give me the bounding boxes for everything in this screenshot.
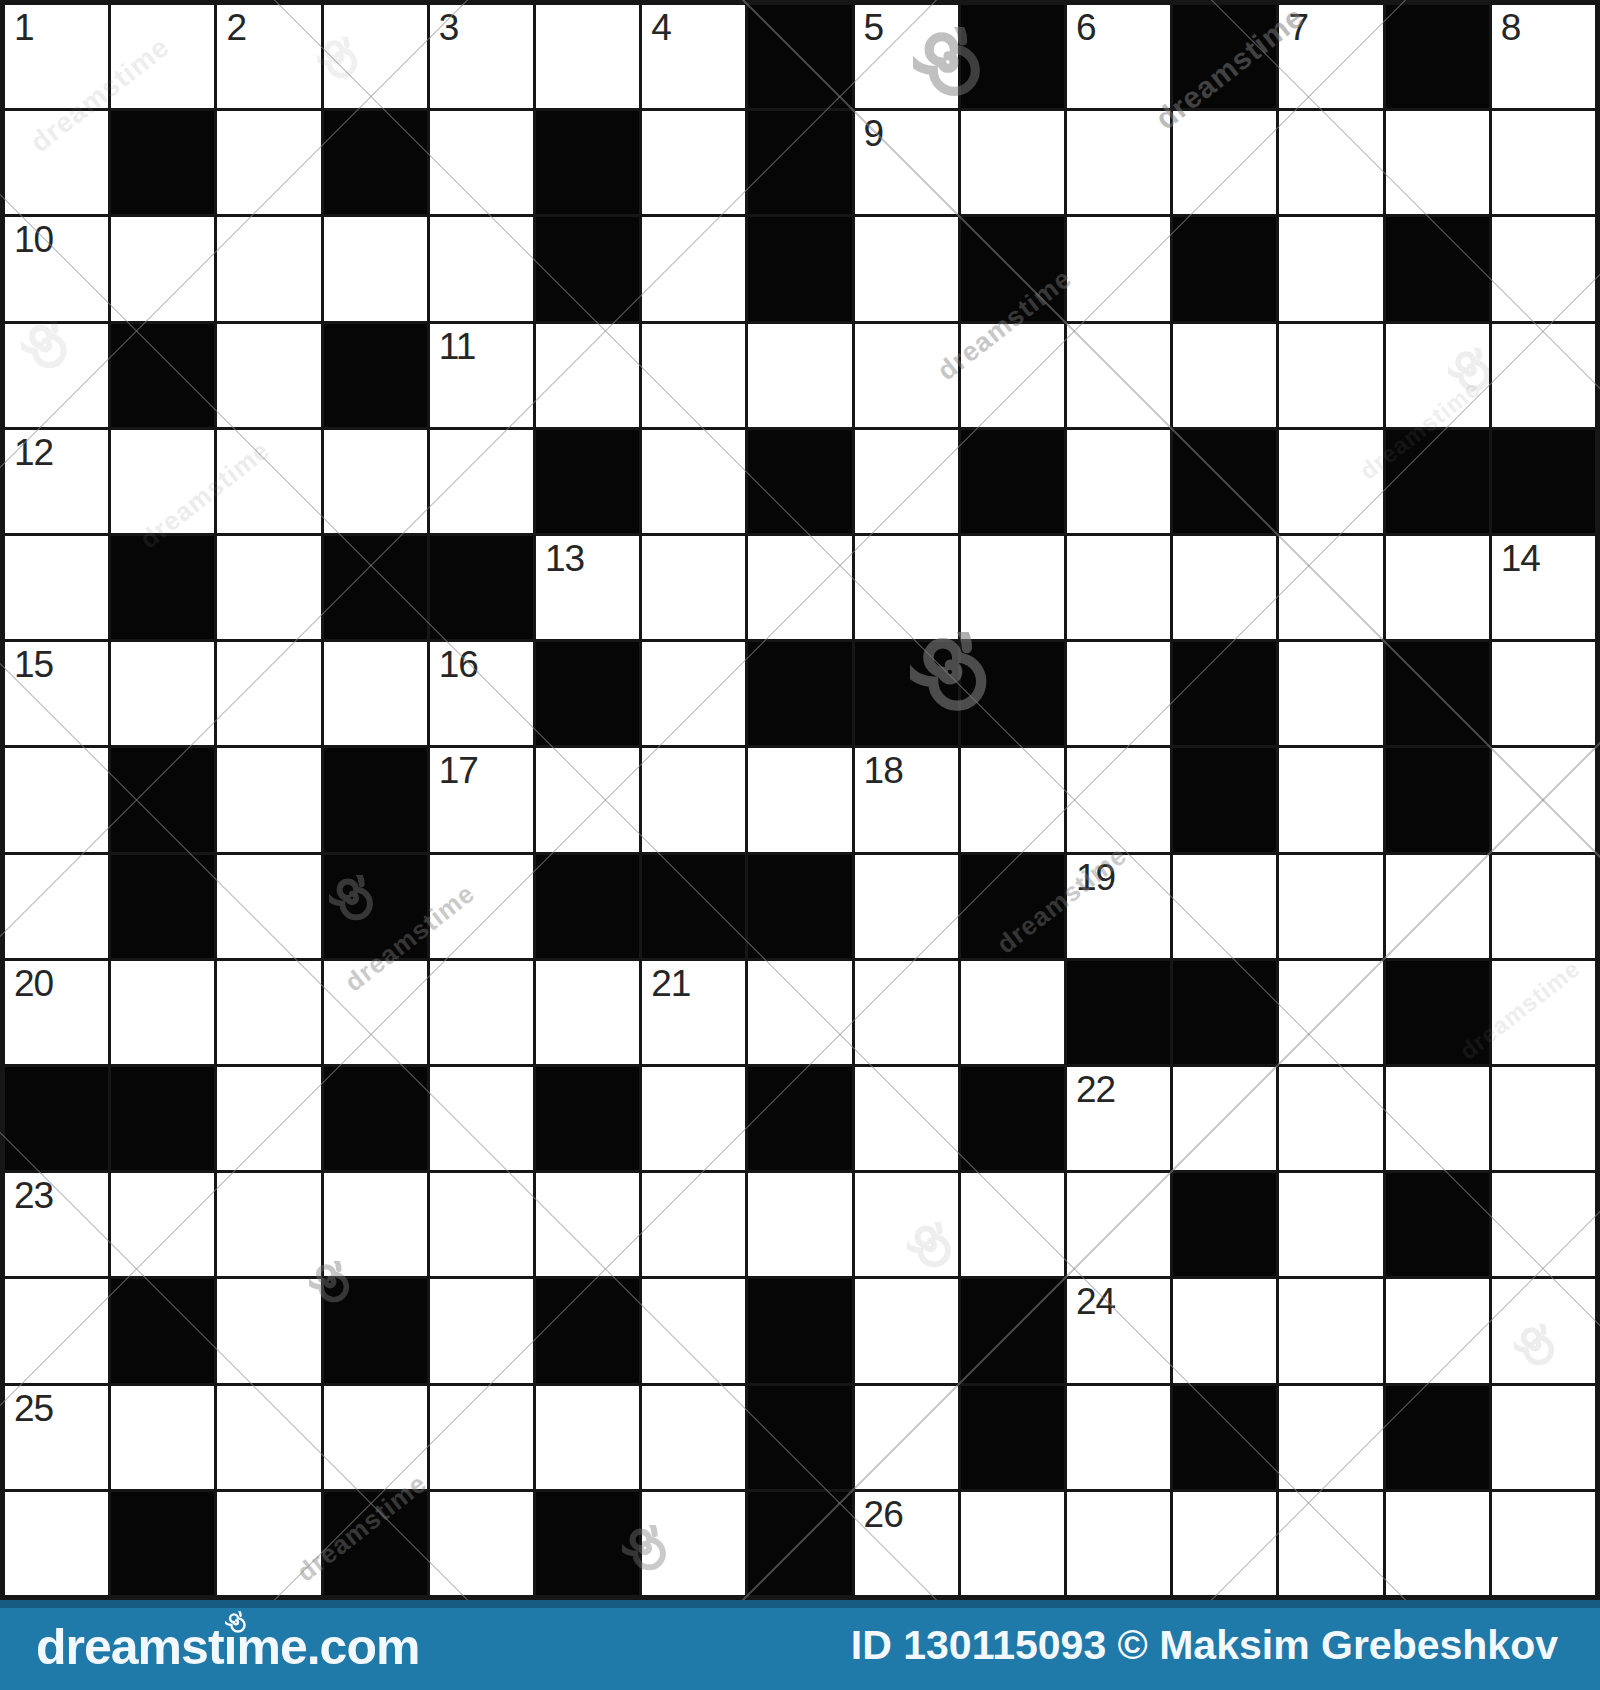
cell-r11c8[interactable] — [855, 1173, 958, 1276]
cell-r1c1 — [111, 111, 214, 214]
clue-number-25: 25 — [14, 1388, 53, 1431]
cell-r1c7 — [748, 111, 851, 214]
logo-letter-i: ı — [224, 1618, 237, 1676]
clue-number-7: 7 — [1288, 7, 1308, 50]
cell-r13c11 — [1173, 1386, 1276, 1489]
cell-r2c0[interactable]: 10 — [5, 217, 108, 320]
cell-r5c7[interactable] — [748, 536, 851, 639]
cell-r2c12[interactable] — [1279, 217, 1382, 320]
cell-r9c6[interactable]: 21 — [642, 961, 745, 1064]
cell-r2c11 — [1173, 217, 1276, 320]
cell-r4c3[interactable] — [324, 430, 427, 533]
cell-r0c14[interactable]: 8 — [1492, 5, 1595, 108]
cell-r7c3 — [324, 748, 427, 851]
cell-r14c14[interactable] — [1492, 1492, 1595, 1595]
cell-r0c0[interactable]: 1 — [5, 5, 108, 108]
cell-r11c14[interactable] — [1492, 1173, 1595, 1276]
cell-r2c5 — [536, 217, 639, 320]
cell-r12c1 — [111, 1279, 214, 1382]
cell-r7c1 — [111, 748, 214, 851]
cell-r6c0[interactable]: 15 — [5, 642, 108, 745]
cell-r5c12[interactable] — [1279, 536, 1382, 639]
cell-r9c14[interactable] — [1492, 961, 1595, 1064]
cell-r9c9[interactable] — [961, 961, 1064, 1064]
cell-r8c6 — [642, 855, 745, 958]
cell-r6c1[interactable] — [111, 642, 214, 745]
cell-r5c3 — [324, 536, 427, 639]
cell-r4c11 — [1173, 430, 1276, 533]
cell-r13c12[interactable] — [1279, 1386, 1382, 1489]
cell-r13c14[interactable] — [1492, 1386, 1595, 1489]
cell-r10c6[interactable] — [642, 1067, 745, 1170]
cell-r11c5[interactable] — [536, 1173, 639, 1276]
cell-r8c11[interactable] — [1173, 855, 1276, 958]
cell-r11c4[interactable] — [430, 1173, 533, 1276]
cell-r5c5[interactable]: 13 — [536, 536, 639, 639]
cell-r2c8[interactable] — [855, 217, 958, 320]
cell-r0c8[interactable]: 5 — [855, 5, 958, 108]
clue-number-23: 23 — [14, 1175, 53, 1218]
cell-r5c1 — [111, 536, 214, 639]
cell-r3c8[interactable] — [855, 324, 958, 427]
clue-number-3: 3 — [439, 7, 459, 50]
cell-r9c0[interactable]: 20 — [5, 961, 108, 1064]
cell-r11c9[interactable] — [961, 1173, 1064, 1276]
cell-r7c11 — [1173, 748, 1276, 851]
cell-r1c13[interactable] — [1386, 111, 1489, 214]
cell-r7c5[interactable] — [536, 748, 639, 851]
cell-r13c7 — [748, 1386, 851, 1489]
cell-r13c8[interactable] — [855, 1386, 958, 1489]
clue-number-16: 16 — [439, 644, 478, 687]
cell-r1c10[interactable] — [1067, 111, 1170, 214]
cell-r3c14[interactable] — [1492, 324, 1595, 427]
cell-r2c14[interactable] — [1492, 217, 1595, 320]
cell-r2c1[interactable] — [111, 217, 214, 320]
cell-r4c4[interactable] — [430, 430, 533, 533]
cell-r12c14[interactable] — [1492, 1279, 1595, 1382]
cell-r13c9 — [961, 1386, 1064, 1489]
cell-r1c4[interactable] — [430, 111, 533, 214]
cell-r3c11[interactable] — [1173, 324, 1276, 427]
cell-r6c5 — [536, 642, 639, 745]
cell-r6c11 — [1173, 642, 1276, 745]
clue-number-2: 2 — [226, 7, 246, 50]
cell-r1c8[interactable]: 9 — [855, 111, 958, 214]
cell-r3c13[interactable] — [1386, 324, 1489, 427]
cell-r2c2[interactable] — [217, 217, 320, 320]
cell-r10c14[interactable] — [1492, 1067, 1595, 1170]
cell-r8c13[interactable] — [1386, 855, 1489, 958]
cell-r11c6[interactable] — [642, 1173, 745, 1276]
cell-r5c6[interactable] — [642, 536, 745, 639]
cell-r0c7 — [748, 5, 851, 108]
cell-r0c4[interactable]: 3 — [430, 5, 533, 108]
clue-number-1: 1 — [14, 7, 34, 50]
cell-r2c3[interactable] — [324, 217, 427, 320]
cell-r7c6[interactable] — [642, 748, 745, 851]
cell-r0c12[interactable]: 7 — [1279, 5, 1382, 108]
cell-r3c3 — [324, 324, 427, 427]
cell-r0c9 — [961, 5, 1064, 108]
cell-r10c0 — [5, 1067, 108, 1170]
cell-r14c11[interactable] — [1173, 1492, 1276, 1595]
cell-r8c14[interactable] — [1492, 855, 1595, 958]
clue-number-17: 17 — [439, 750, 478, 793]
cell-r10c5 — [536, 1067, 639, 1170]
cell-r14c9[interactable] — [961, 1492, 1064, 1595]
clue-number-12: 12 — [14, 432, 53, 475]
cell-r14c5 — [536, 1492, 639, 1595]
cell-r5c8[interactable] — [855, 536, 958, 639]
cell-r10c12[interactable] — [1279, 1067, 1382, 1170]
cell-r12c4[interactable] — [430, 1279, 533, 1382]
cell-r7c10[interactable] — [1067, 748, 1170, 851]
cell-r13c13 — [1386, 1386, 1489, 1489]
cell-r2c7 — [748, 217, 851, 320]
cell-r12c8[interactable] — [855, 1279, 958, 1382]
cell-r0c2[interactable]: 2 — [217, 5, 320, 108]
cell-r11c11 — [1173, 1173, 1276, 1276]
cell-r10c9 — [961, 1067, 1064, 1170]
cell-r11c10[interactable] — [1067, 1173, 1170, 1276]
cell-r6c2[interactable] — [217, 642, 320, 745]
cell-r9c5[interactable] — [536, 961, 639, 1064]
cell-r4c14 — [1492, 430, 1595, 533]
cell-r12c11[interactable] — [1173, 1279, 1276, 1382]
cell-r9c12[interactable] — [1279, 961, 1382, 1064]
cell-r4c9 — [961, 430, 1064, 533]
clue-number-10: 10 — [14, 219, 53, 262]
cell-r7c8[interactable]: 18 — [855, 748, 958, 851]
cell-r13c4[interactable] — [430, 1386, 533, 1489]
logo-text-post: me.com — [236, 1618, 419, 1676]
cell-r13c2[interactable] — [217, 1386, 320, 1489]
cell-r11c3[interactable] — [324, 1173, 427, 1276]
clue-number-6: 6 — [1076, 7, 1096, 50]
footer-bar: dreamstıme.com ID 130115093 © Maksim Gre… — [0, 1600, 1600, 1690]
cell-r3c12[interactable] — [1279, 324, 1382, 427]
cell-r14c4[interactable] — [430, 1492, 533, 1595]
cell-r2c13 — [1386, 217, 1489, 320]
cell-r1c6[interactable] — [642, 111, 745, 214]
cell-r13c1[interactable] — [111, 1386, 214, 1489]
clue-number-19: 19 — [1076, 857, 1115, 900]
cell-r12c10[interactable]: 24 — [1067, 1279, 1170, 1382]
cell-r9c7[interactable] — [748, 961, 851, 1064]
cell-r8c1 — [111, 855, 214, 958]
cell-r11c2[interactable] — [217, 1173, 320, 1276]
stock-image-page: 1234567891011121314151617181920212223242… — [0, 0, 1600, 1690]
cell-r13c0[interactable]: 25 — [5, 1386, 108, 1489]
cell-r6c4[interactable]: 16 — [430, 642, 533, 745]
cell-r3c9[interactable] — [961, 324, 1064, 427]
cell-r1c9[interactable] — [961, 111, 1064, 214]
cell-r14c2[interactable] — [217, 1492, 320, 1595]
clue-number-24: 24 — [1076, 1281, 1115, 1324]
cell-r14c0[interactable] — [5, 1492, 108, 1595]
cell-r11c1[interactable] — [111, 1173, 214, 1276]
cell-r10c3 — [324, 1067, 427, 1170]
cell-r1c14[interactable] — [1492, 111, 1595, 214]
cell-r9c10 — [1067, 961, 1170, 1064]
cell-r0c5[interactable] — [536, 5, 639, 108]
cell-r2c4[interactable] — [430, 217, 533, 320]
cell-r7c9[interactable] — [961, 748, 1064, 851]
cell-r6c10[interactable] — [1067, 642, 1170, 745]
cell-r1c2[interactable] — [217, 111, 320, 214]
cell-r10c1 — [111, 1067, 214, 1170]
cell-r14c1 — [111, 1492, 214, 1595]
clue-number-11: 11 — [439, 326, 475, 369]
cell-r14c8[interactable]: 26 — [855, 1492, 958, 1595]
cell-r3c10[interactable] — [1067, 324, 1170, 427]
cell-r7c12[interactable] — [1279, 748, 1382, 851]
cell-r7c14[interactable] — [1492, 748, 1595, 851]
cell-r9c1[interactable] — [111, 961, 214, 1064]
cell-r4c1[interactable] — [111, 430, 214, 533]
cell-r0c10[interactable]: 6 — [1067, 5, 1170, 108]
cell-r0c1[interactable] — [111, 5, 214, 108]
cell-r11c13 — [1386, 1173, 1489, 1276]
cell-r11c7[interactable] — [748, 1173, 851, 1276]
cell-r10c2[interactable] — [217, 1067, 320, 1170]
cell-r9c4[interactable] — [430, 961, 533, 1064]
cell-r10c7 — [748, 1067, 851, 1170]
cell-r8c8[interactable] — [855, 855, 958, 958]
cell-r8c10[interactable]: 19 — [1067, 855, 1170, 958]
cell-r0c11 — [1173, 5, 1276, 108]
image-credit: ID 130115093 © Maksim Grebeshkov — [851, 1622, 1558, 1669]
cell-r10c11[interactable] — [1173, 1067, 1276, 1170]
logo-text-pre: dreamst — [36, 1618, 224, 1676]
clue-number-26: 26 — [864, 1494, 903, 1537]
cell-r6c6[interactable] — [642, 642, 745, 745]
cell-r8c4[interactable] — [430, 855, 533, 958]
cell-r0c13 — [1386, 5, 1489, 108]
cell-r13c3[interactable] — [324, 1386, 427, 1489]
cell-r12c9 — [961, 1279, 1064, 1382]
clue-number-21: 21 — [651, 963, 690, 1006]
cell-r8c2[interactable] — [217, 855, 320, 958]
cell-r2c6[interactable] — [642, 217, 745, 320]
cell-r3c2[interactable] — [217, 324, 320, 427]
cell-r0c3[interactable] — [324, 5, 427, 108]
cell-r10c10[interactable]: 22 — [1067, 1067, 1170, 1170]
clue-number-18: 18 — [864, 750, 903, 793]
cell-r5c0[interactable] — [5, 536, 108, 639]
cell-r7c7[interactable] — [748, 748, 851, 851]
cell-r12c2[interactable] — [217, 1279, 320, 1382]
cell-r8c3 — [324, 855, 427, 958]
cell-r8c9 — [961, 855, 1064, 958]
cell-r8c7 — [748, 855, 851, 958]
cell-r5c4 — [430, 536, 533, 639]
clue-number-20: 20 — [14, 963, 53, 1006]
cell-r3c4[interactable]: 11 — [430, 324, 533, 427]
cell-r12c5 — [536, 1279, 639, 1382]
cell-r9c3[interactable] — [324, 961, 427, 1064]
cell-r3c5[interactable] — [536, 324, 639, 427]
cell-r8c0[interactable] — [5, 855, 108, 958]
cell-r1c5 — [536, 111, 639, 214]
cell-r13c10[interactable] — [1067, 1386, 1170, 1489]
cell-r4c8[interactable] — [855, 430, 958, 533]
cell-r1c11[interactable] — [1173, 111, 1276, 214]
cell-r5c9[interactable] — [961, 536, 1064, 639]
cell-r9c13 — [1386, 961, 1489, 1064]
cell-r1c0[interactable] — [5, 111, 108, 214]
cell-r4c10[interactable] — [1067, 430, 1170, 533]
cell-r4c12[interactable] — [1279, 430, 1382, 533]
clue-number-22: 22 — [1076, 1069, 1115, 1112]
clue-number-5: 5 — [864, 7, 884, 50]
cell-r6c3[interactable] — [324, 642, 427, 745]
clue-number-8: 8 — [1501, 7, 1521, 50]
cell-r4c7 — [748, 430, 851, 533]
cell-r7c4[interactable]: 17 — [430, 748, 533, 851]
cell-r3c1 — [111, 324, 214, 427]
cell-r13c6[interactable] — [642, 1386, 745, 1489]
cell-r12c3 — [324, 1279, 427, 1382]
cell-r3c7[interactable] — [748, 324, 851, 427]
cell-r2c9 — [961, 217, 1064, 320]
logo-spiral-icon — [225, 1611, 247, 1633]
cell-r14c3 — [324, 1492, 427, 1595]
cell-r8c12[interactable] — [1279, 855, 1382, 958]
cell-r5c10[interactable] — [1067, 536, 1170, 639]
cell-r12c7 — [748, 1279, 851, 1382]
cell-r4c13 — [1386, 430, 1489, 533]
clue-number-13: 13 — [545, 538, 584, 581]
cell-r0c6[interactable]: 4 — [642, 5, 745, 108]
cell-r9c8[interactable] — [855, 961, 958, 1064]
cell-r3c6[interactable] — [642, 324, 745, 427]
cell-r8c5 — [536, 855, 639, 958]
cell-r9c11 — [1173, 961, 1276, 1064]
cell-r10c4[interactable] — [430, 1067, 533, 1170]
cell-r7c0[interactable] — [5, 748, 108, 851]
cell-r6c7 — [748, 642, 851, 745]
clue-number-4: 4 — [651, 7, 671, 50]
cell-r6c12[interactable] — [1279, 642, 1382, 745]
cell-r5c2[interactable] — [217, 536, 320, 639]
crossword-grid: 1234567891011121314151617181920212223242… — [0, 0, 1600, 1600]
cell-r11c12[interactable] — [1279, 1173, 1382, 1276]
cell-r4c0[interactable]: 12 — [5, 430, 108, 533]
cell-r14c6[interactable] — [642, 1492, 745, 1595]
cell-r6c8 — [855, 642, 958, 745]
cell-r3c0[interactable] — [5, 324, 108, 427]
cell-r5c13[interactable] — [1386, 536, 1489, 639]
cell-r14c7 — [748, 1492, 851, 1595]
clue-number-14: 14 — [1501, 538, 1540, 581]
cell-r7c13 — [1386, 748, 1489, 851]
dreamstime-logo[interactable]: dreamstıme.com — [36, 1618, 419, 1676]
cell-r6c13 — [1386, 642, 1489, 745]
cell-r7c2[interactable] — [217, 748, 320, 851]
cell-r10c8[interactable] — [855, 1067, 958, 1170]
cell-r13c5[interactable] — [536, 1386, 639, 1489]
cell-r6c9 — [961, 642, 1064, 745]
cell-r11c0[interactable]: 23 — [5, 1173, 108, 1276]
cell-r12c6[interactable] — [642, 1279, 745, 1382]
cell-r14c12[interactable] — [1279, 1492, 1382, 1595]
cell-r14c13[interactable] — [1386, 1492, 1489, 1595]
clue-number-15: 15 — [14, 644, 53, 687]
cell-r2c10[interactable] — [1067, 217, 1170, 320]
cell-r5c11[interactable] — [1173, 536, 1276, 639]
cell-r4c2[interactable] — [217, 430, 320, 533]
clue-number-9: 9 — [864, 113, 884, 156]
cell-r6c14[interactable] — [1492, 642, 1595, 745]
cell-r1c12[interactable] — [1279, 111, 1382, 214]
cell-r5c14[interactable]: 14 — [1492, 536, 1595, 639]
cell-r4c6[interactable] — [642, 430, 745, 533]
cell-r10c13[interactable] — [1386, 1067, 1489, 1170]
cell-r12c0[interactable] — [5, 1279, 108, 1382]
cell-r1c3 — [324, 111, 427, 214]
cell-r14c10[interactable] — [1067, 1492, 1170, 1595]
cell-r12c13[interactable] — [1386, 1279, 1489, 1382]
cell-r12c12[interactable] — [1279, 1279, 1382, 1382]
cell-r4c5 — [536, 430, 639, 533]
cell-r9c2[interactable] — [217, 961, 320, 1064]
